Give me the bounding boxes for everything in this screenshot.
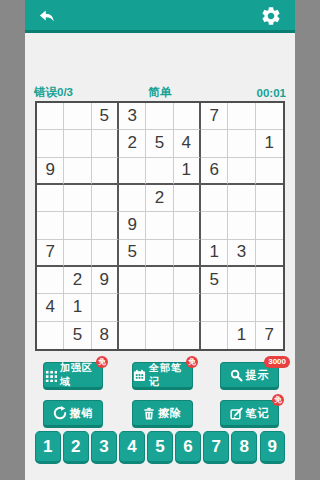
sudoku-app: 错误0/3 简单 00:01 5372541916297513295415817… xyxy=(25,0,295,480)
numpad-9[interactable]: 9 xyxy=(260,431,286,464)
numpad-4[interactable]: 4 xyxy=(119,431,145,464)
cell-r8c7[interactable] xyxy=(201,294,228,321)
cell-r9c3[interactable]: 8 xyxy=(92,322,119,349)
cell-r5c6[interactable] xyxy=(174,212,201,239)
cell-r6c2[interactable] xyxy=(64,240,91,267)
cell-r2c4[interactable]: 2 xyxy=(119,130,146,157)
cell-r4c2[interactable] xyxy=(64,185,91,212)
hint-count-badge: 3000 xyxy=(264,356,290,368)
back-icon[interactable] xyxy=(37,6,57,26)
number-pad: 123456789 xyxy=(35,431,285,464)
highlight-region-button[interactable]: 加强区域 免 xyxy=(43,362,103,390)
magnifier-icon xyxy=(230,369,243,382)
cell-r2c5[interactable]: 5 xyxy=(146,130,173,157)
cell-r9c8[interactable]: 1 xyxy=(228,322,255,349)
cell-r3c5[interactable] xyxy=(146,158,173,185)
cell-r3c8[interactable] xyxy=(228,158,255,185)
erase-label: 擦除 xyxy=(158,406,182,421)
cell-r3c3[interactable] xyxy=(92,158,119,185)
numpad-5[interactable]: 5 xyxy=(147,431,173,464)
cell-r5c7[interactable] xyxy=(201,212,228,239)
notes-label: 笔记 xyxy=(246,406,270,421)
cell-r9c4[interactable] xyxy=(119,322,146,349)
cell-r1c5[interactable] xyxy=(146,103,173,130)
cell-r2c9[interactable]: 1 xyxy=(256,130,283,157)
hint-label: 提示 xyxy=(246,368,270,383)
cell-r5c8[interactable] xyxy=(228,212,255,239)
cell-r2c1[interactable] xyxy=(37,130,64,157)
cell-r4c9[interactable] xyxy=(256,185,283,212)
timer: 00:01 xyxy=(257,87,286,99)
cell-r8c1[interactable]: 4 xyxy=(37,294,64,321)
cell-r8c8[interactable] xyxy=(228,294,255,321)
numpad-1[interactable]: 1 xyxy=(35,431,61,464)
cell-r3c6[interactable]: 1 xyxy=(174,158,201,185)
gear-icon[interactable] xyxy=(260,5,282,27)
sudoku-board: 5372541916297513295415817 xyxy=(35,101,285,351)
cell-r8c4[interactable] xyxy=(119,294,146,321)
free-badge: 免 xyxy=(186,356,198,368)
cell-r9c2[interactable]: 5 xyxy=(64,322,91,349)
cell-r8c6[interactable] xyxy=(174,294,201,321)
cell-r7c1[interactable] xyxy=(37,267,64,294)
cell-r2c3[interactable] xyxy=(92,130,119,157)
cell-r6c3[interactable] xyxy=(92,240,119,267)
all-notes-button[interactable]: 全部笔记 免 xyxy=(132,362,193,390)
cell-r2c7[interactable] xyxy=(201,130,228,157)
cell-r9c1[interactable] xyxy=(37,322,64,349)
status-bar: 错误0/3 简单 00:01 xyxy=(34,85,286,100)
cell-r1c9[interactable] xyxy=(256,103,283,130)
cell-r4c8[interactable] xyxy=(228,185,255,212)
highlight-region-label: 加强区域 xyxy=(60,361,102,389)
numpad-8[interactable]: 8 xyxy=(231,431,257,464)
undo-button[interactable]: 撤销 xyxy=(43,400,103,428)
hint-button[interactable]: 提示 3000 xyxy=(220,362,279,390)
cell-r7c2[interactable]: 2 xyxy=(64,267,91,294)
undo-label: 撤销 xyxy=(70,406,94,421)
cell-r4c4[interactable] xyxy=(119,185,146,212)
cell-r6c6[interactable] xyxy=(174,240,201,267)
cell-r8c3[interactable] xyxy=(92,294,119,321)
cell-r6c4[interactable]: 5 xyxy=(119,240,146,267)
cell-r4c1[interactable] xyxy=(37,185,64,212)
cell-r5c2[interactable] xyxy=(64,212,91,239)
cell-r7c6[interactable] xyxy=(174,267,201,294)
cell-r1c2[interactable] xyxy=(64,103,91,130)
cell-r5c5[interactable] xyxy=(146,212,173,239)
cell-r9c5[interactable] xyxy=(146,322,173,349)
grid-dots-icon xyxy=(44,369,57,382)
cell-r5c9[interactable] xyxy=(256,212,283,239)
cell-r3c2[interactable] xyxy=(64,158,91,185)
numpad-2[interactable]: 2 xyxy=(63,431,89,464)
trash-icon xyxy=(143,407,155,420)
notes-button[interactable]: 笔记 免 xyxy=(220,400,279,428)
cell-r9c7[interactable] xyxy=(201,322,228,349)
cell-r1c4[interactable]: 3 xyxy=(119,103,146,130)
numpad-3[interactable]: 3 xyxy=(91,431,117,464)
cell-r8c2[interactable]: 1 xyxy=(64,294,91,321)
cell-r1c8[interactable] xyxy=(228,103,255,130)
cell-r9c9[interactable]: 7 xyxy=(256,322,283,349)
erase-button[interactable]: 擦除 xyxy=(132,400,193,428)
cell-r3c9[interactable] xyxy=(256,158,283,185)
numpad-7[interactable]: 7 xyxy=(203,431,229,464)
cell-r1c7[interactable]: 7 xyxy=(201,103,228,130)
cell-r6c9[interactable] xyxy=(256,240,283,267)
undo-icon xyxy=(53,406,67,420)
cell-r7c9[interactable] xyxy=(256,267,283,294)
cell-r5c4[interactable]: 9 xyxy=(119,212,146,239)
cell-r5c3[interactable] xyxy=(92,212,119,239)
cell-r3c7[interactable]: 6 xyxy=(201,158,228,185)
cell-r2c8[interactable] xyxy=(228,130,255,157)
cell-r4c6[interactable] xyxy=(174,185,201,212)
cell-r6c8[interactable]: 3 xyxy=(228,240,255,267)
app-bar xyxy=(25,0,295,33)
free-badge: 免 xyxy=(272,394,284,406)
cell-r4c5[interactable]: 2 xyxy=(146,185,173,212)
cell-r7c4[interactable] xyxy=(119,267,146,294)
cell-r6c1[interactable]: 7 xyxy=(37,240,64,267)
cell-r8c5[interactable] xyxy=(146,294,173,321)
cell-r1c3[interactable]: 5 xyxy=(92,103,119,130)
cell-r9c6[interactable] xyxy=(174,322,201,349)
cell-r5c1[interactable] xyxy=(37,212,64,239)
cell-r3c1[interactable]: 9 xyxy=(37,158,64,185)
cell-r2c6[interactable]: 4 xyxy=(174,130,201,157)
cell-r2c2[interactable] xyxy=(64,130,91,157)
numpad-6[interactable]: 6 xyxy=(175,431,201,464)
cell-r3c4[interactable] xyxy=(119,158,146,185)
cell-r6c5[interactable] xyxy=(146,240,173,267)
all-notes-label: 全部笔记 xyxy=(149,361,192,389)
error-counter: 错误0/3 xyxy=(34,85,73,100)
cell-r7c5[interactable] xyxy=(146,267,173,294)
calendar-notes-icon xyxy=(133,369,146,382)
cell-r7c3[interactable]: 9 xyxy=(92,267,119,294)
cell-r1c6[interactable] xyxy=(174,103,201,130)
cell-r4c7[interactable] xyxy=(201,185,228,212)
cell-r7c8[interactable] xyxy=(228,267,255,294)
cell-r7c7[interactable]: 5 xyxy=(201,267,228,294)
pencil-icon xyxy=(230,407,243,420)
cell-r8c9[interactable] xyxy=(256,294,283,321)
cell-r6c7[interactable]: 1 xyxy=(201,240,228,267)
free-badge: 免 xyxy=(96,356,108,368)
cell-r4c3[interactable] xyxy=(92,185,119,212)
cell-r1c1[interactable] xyxy=(37,103,64,130)
